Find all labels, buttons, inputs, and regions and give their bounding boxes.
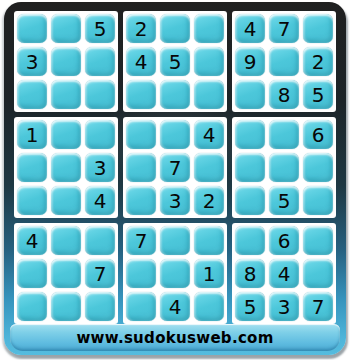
cell-r9c3[interactable]: [85, 292, 115, 321]
cell-r8c1[interactable]: [17, 259, 47, 288]
box-7: 47: [14, 223, 118, 324]
cell-r4c7[interactable]: [235, 120, 265, 149]
cell-r3c8[interactable]: 8: [269, 80, 299, 109]
cell-r9c6[interactable]: [194, 292, 224, 321]
cell-r8c4[interactable]: [126, 259, 156, 288]
cell-r9c2[interactable]: [51, 292, 81, 321]
cell-r7c5[interactable]: [160, 226, 190, 255]
cell-r5c5[interactable]: 7: [160, 153, 190, 182]
cell-r4c6[interactable]: 4: [194, 120, 224, 149]
cell-r8c9[interactable]: [303, 259, 333, 288]
board-frame: 5324547928513447326547714684537 www.sudo…: [4, 2, 346, 355]
cell-r6c4[interactable]: [126, 186, 156, 215]
cell-r3c2[interactable]: [51, 80, 81, 109]
cell-r8c5[interactable]: [160, 259, 190, 288]
cell-r8c8[interactable]: 4: [269, 259, 299, 288]
cell-r2c9[interactable]: 2: [303, 47, 333, 76]
cell-r2c3[interactable]: [85, 47, 115, 76]
cell-r2c6[interactable]: [194, 47, 224, 76]
cell-r4c5[interactable]: [160, 120, 190, 149]
cell-r5c1[interactable]: [17, 153, 47, 182]
box-3: 479285: [232, 11, 336, 112]
box-2: 245: [123, 11, 227, 112]
cell-r4c9[interactable]: 6: [303, 120, 333, 149]
cell-r9c7[interactable]: 5: [235, 292, 265, 321]
cell-r1c5[interactable]: [160, 14, 190, 43]
cell-r5c8[interactable]: [269, 153, 299, 182]
cell-r1c7[interactable]: 4: [235, 14, 265, 43]
cell-r7c6[interactable]: [194, 226, 224, 255]
cell-r3c4[interactable]: [126, 80, 156, 109]
cell-r1c6[interactable]: [194, 14, 224, 43]
box-6: 65: [232, 117, 336, 218]
box-1: 53: [14, 11, 118, 112]
sudoku-widget: 5324547928513447326547714684537 www.sudo…: [0, 0, 350, 360]
cell-r2c4[interactable]: 4: [126, 47, 156, 76]
cell-r3c5[interactable]: [160, 80, 190, 109]
cell-r3c3[interactable]: [85, 80, 115, 109]
cell-r6c5[interactable]: 3: [160, 186, 190, 215]
box-9: 684537: [232, 223, 336, 324]
cell-r8c2[interactable]: [51, 259, 81, 288]
cell-r5c6[interactable]: [194, 153, 224, 182]
cell-r8c7[interactable]: 8: [235, 259, 265, 288]
box-8: 714: [123, 223, 227, 324]
cell-r1c1[interactable]: [17, 14, 47, 43]
cell-r6c7[interactable]: [235, 186, 265, 215]
cell-r3c7[interactable]: [235, 80, 265, 109]
cell-r2c8[interactable]: [269, 47, 299, 76]
cell-r5c4[interactable]: [126, 153, 156, 182]
cell-r2c7[interactable]: 9: [235, 47, 265, 76]
cell-r8c3[interactable]: 7: [85, 259, 115, 288]
cell-r7c1[interactable]: 4: [17, 226, 47, 255]
cell-r7c7[interactable]: [235, 226, 265, 255]
cell-r7c9[interactable]: [303, 226, 333, 255]
cell-r9c1[interactable]: [17, 292, 47, 321]
cell-r9c5[interactable]: 4: [160, 292, 190, 321]
box-4: 134: [14, 117, 118, 218]
cell-r8c6[interactable]: 1: [194, 259, 224, 288]
cell-r1c3[interactable]: 5: [85, 14, 115, 43]
cell-r6c6[interactable]: 2: [194, 186, 224, 215]
sudoku-grid: 5324547928513447326547714684537: [14, 11, 336, 324]
cell-r2c2[interactable]: [51, 47, 81, 76]
cell-r7c4[interactable]: 7: [126, 226, 156, 255]
cell-r2c1[interactable]: 3: [17, 47, 47, 76]
cell-r9c8[interactable]: 3: [269, 292, 299, 321]
cell-r6c9[interactable]: [303, 186, 333, 215]
cell-r5c3[interactable]: 3: [85, 153, 115, 182]
cell-r4c3[interactable]: [85, 120, 115, 149]
cell-r3c6[interactable]: [194, 80, 224, 109]
cell-r5c9[interactable]: [303, 153, 333, 182]
cell-r4c4[interactable]: [126, 120, 156, 149]
cell-r3c1[interactable]: [17, 80, 47, 109]
cell-r6c2[interactable]: [51, 186, 81, 215]
cell-r6c3[interactable]: 4: [85, 186, 115, 215]
cell-r7c2[interactable]: [51, 226, 81, 255]
cell-r3c9[interactable]: 5: [303, 80, 333, 109]
cell-r1c2[interactable]: [51, 14, 81, 43]
cell-r5c2[interactable]: [51, 153, 81, 182]
footer-bar: www.sudokusweb.com: [10, 324, 340, 351]
cell-r7c8[interactable]: 6: [269, 226, 299, 255]
cell-r4c8[interactable]: [269, 120, 299, 149]
box-5: 4732: [123, 117, 227, 218]
cell-r7c3[interactable]: [85, 226, 115, 255]
cell-r9c4[interactable]: [126, 292, 156, 321]
cell-r4c2[interactable]: [51, 120, 81, 149]
cell-r2c5[interactable]: 5: [160, 47, 190, 76]
cell-r4c1[interactable]: 1: [17, 120, 47, 149]
cell-r9c9[interactable]: 7: [303, 292, 333, 321]
cell-r6c8[interactable]: 5: [269, 186, 299, 215]
cell-r1c8[interactable]: 7: [269, 14, 299, 43]
cell-r1c4[interactable]: 2: [126, 14, 156, 43]
cell-r1c9[interactable]: [303, 14, 333, 43]
cell-r5c7[interactable]: [235, 153, 265, 182]
site-url: www.sudokusweb.com: [76, 329, 273, 347]
cell-r6c1[interactable]: [17, 186, 47, 215]
